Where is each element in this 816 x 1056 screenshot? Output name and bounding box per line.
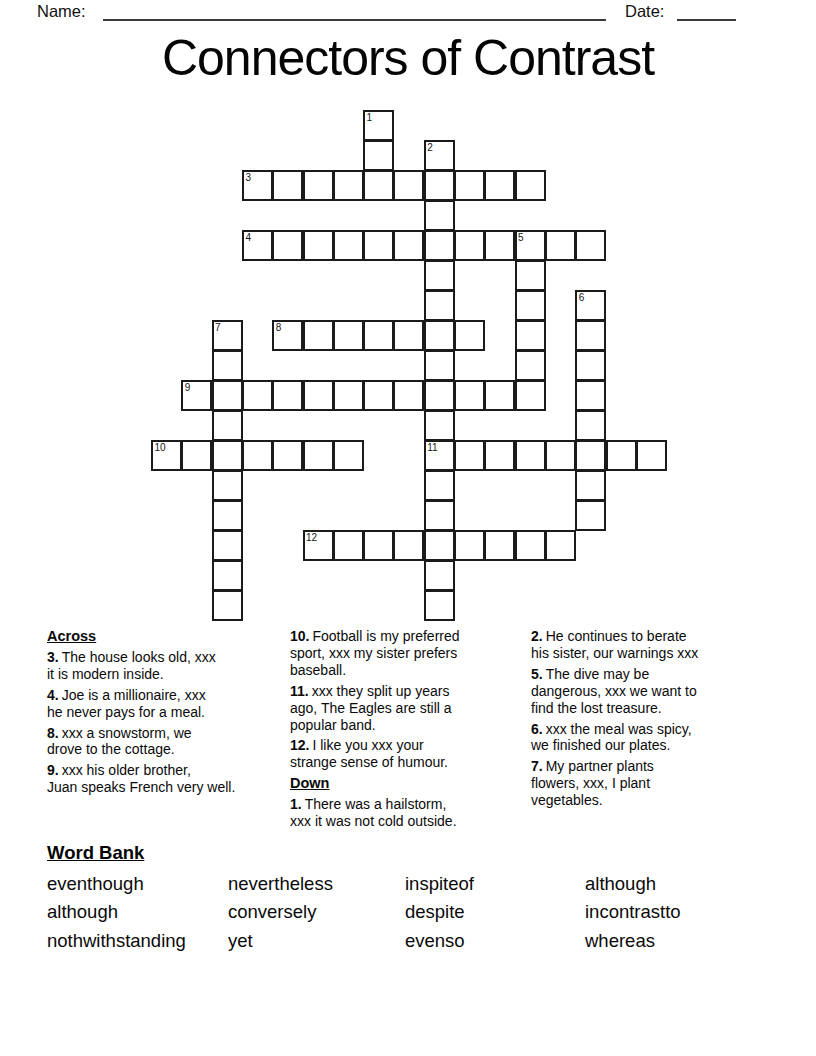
grid-cell-r12c9[interactable] — [424, 470, 455, 501]
grid-clue-number-9: 9 — [185, 383, 191, 393]
word-bank-item: evenso — [405, 927, 585, 955]
clue-down-2: 2.He continues to berate his sister, our… — [531, 628, 759, 662]
word-bank-item: conversely — [228, 898, 405, 926]
grid-cell-r7c14[interactable] — [575, 320, 606, 351]
grid-cell-r14c12[interactable] — [515, 530, 546, 561]
grid-cell-r1c7[interactable] — [363, 140, 394, 171]
grid-clue-number-8: 8 — [276, 323, 282, 333]
grid-cell-r8c12[interactable] — [515, 350, 546, 381]
worksheet-page: { "title": "Connectors of Contrast", "he… — [0, 0, 816, 1056]
word-bank-item: incontrastto — [585, 898, 755, 926]
grid-cell-r14c9[interactable] — [424, 530, 455, 561]
grid-clue-number-6: 6 — [579, 293, 585, 303]
clue-text: xxx a snowstorm, we drove to the cottage… — [47, 725, 192, 758]
name-label: Name: — [37, 2, 86, 21]
clue-text: The house looks old, xxx it is modern in… — [47, 649, 216, 682]
grid-cell-r2c11[interactable] — [484, 170, 515, 201]
grid-cell-r4c4[interactable] — [272, 230, 303, 261]
grid-cell-r11c13[interactable] — [545, 440, 576, 471]
clue-number-label: 7. — [531, 758, 543, 774]
grid-cell-r8c9[interactable] — [424, 350, 455, 381]
clue-number-label: 11. — [290, 683, 309, 699]
grid-cell-r2c8[interactable] — [393, 170, 424, 201]
grid-cell-r2c7[interactable] — [363, 170, 394, 201]
grid-cell-r14c6[interactable] — [333, 530, 364, 561]
grid-cell-r14c10[interactable] — [454, 530, 485, 561]
grid-cell-r9c8[interactable] — [393, 380, 424, 411]
clue-text: The dive may be dangerous, xxx we want t… — [531, 666, 697, 716]
grid-clue-number-5: 5 — [518, 233, 524, 243]
date-blank-line[interactable] — [677, 0, 736, 21]
grid-cell-r11c2[interactable] — [212, 440, 243, 471]
across-heading: Across — [47, 628, 285, 645]
grid-cell-r9c12[interactable] — [515, 380, 546, 411]
clue-number-label: 2. — [531, 628, 543, 644]
grid-cell-r11c11[interactable] — [484, 440, 515, 471]
word-bank-item: despite — [405, 898, 585, 926]
grid-cell-r2c4[interactable] — [272, 170, 303, 201]
grid-cell-r10c9[interactable] — [424, 410, 455, 441]
grid-cell-r13c14[interactable] — [575, 500, 606, 531]
clue-down-5: 5.The dive may be dangerous, xxx we want… — [531, 666, 759, 717]
clue-text: xxx the meal was spicy, we finished our … — [531, 721, 692, 754]
grid-cell-r9c7[interactable] — [363, 380, 394, 411]
grid-cell-r11c12[interactable] — [515, 440, 546, 471]
grid-cell-r13c2[interactable] — [212, 500, 243, 531]
clue-across-4: 4.Joe is a millionaire, xxx he never pay… — [47, 687, 285, 721]
clue-down-6: 6.xxx the meal was spicy, we finished ou… — [531, 721, 759, 755]
grid-clue-number-3: 3 — [245, 173, 251, 183]
grid-cell-r5c12[interactable] — [515, 260, 546, 291]
word-bank-item: although — [47, 898, 228, 926]
grid-cell-r9c3[interactable] — [242, 380, 273, 411]
grid-cell-r14c7[interactable] — [363, 530, 394, 561]
clue-number-label: 4. — [47, 687, 59, 703]
grid-cell-r9c14[interactable] — [575, 380, 606, 411]
grid-cell-r11c5[interactable] — [303, 440, 334, 471]
grid-cell-r4c10[interactable] — [454, 230, 485, 261]
grid-cell-r2c6[interactable] — [333, 170, 364, 201]
clue-text: My partner plants flowers, xxx, I plant … — [531, 758, 654, 808]
grid-cell-r13c9[interactable] — [424, 500, 455, 531]
grid-cell-r8c2[interactable] — [212, 350, 243, 381]
grid-cell-r7c8[interactable] — [393, 320, 424, 351]
clue-number-label: 5. — [531, 666, 543, 682]
grid-clue-number-12: 12 — [306, 533, 317, 543]
grid-cell-r10c14[interactable] — [575, 410, 606, 441]
clue-text: He continues to berate his sister, our w… — [531, 628, 698, 661]
grid-cell-r5c9[interactable] — [424, 260, 455, 291]
grid-cell-r11c3[interactable] — [242, 440, 273, 471]
grid-cell-r11c15[interactable] — [606, 440, 637, 471]
clue-text: Joe is a millionaire, xxx he never pays … — [47, 687, 206, 720]
grid-cell-r4c6[interactable] — [333, 230, 364, 261]
down-heading: Down — [290, 775, 528, 792]
clue-across-11: 11.xxx they split up years ago, The Eagl… — [290, 683, 528, 734]
grid-cell-r9c6[interactable] — [333, 380, 364, 411]
grid-cell-r4c9[interactable] — [424, 230, 455, 261]
grid-cell-r9c10[interactable] — [454, 380, 485, 411]
word-bank-item: yet — [228, 927, 405, 955]
clue-text: xxx his older brother, Juan speaks Frenc… — [47, 762, 235, 795]
word-bank: eventhough nevertheless inspiteof althou… — [47, 870, 755, 955]
word-bank-item: eventhough — [47, 870, 228, 898]
clue-number-label: 12. — [290, 737, 309, 753]
word-bank-item: although — [585, 870, 755, 898]
grid-cell-r9c9[interactable] — [424, 380, 455, 411]
clue-down-1: 1.There was a hailstorm, xxx it was not … — [290, 796, 528, 830]
grid-cell-r15c9[interactable] — [424, 560, 455, 591]
clue-number-label: 8. — [47, 725, 59, 741]
clue-across-8: 8.xxx a snowstorm, we drove to the cotta… — [47, 725, 285, 759]
grid-clue-number-11: 11 — [427, 443, 437, 453]
grid-cell-r16c9[interactable] — [424, 590, 455, 621]
grid-cell-r11c1[interactable] — [181, 440, 212, 471]
grid-cell-r4c5[interactable] — [303, 230, 334, 261]
grid-cell-r11c16[interactable] — [636, 440, 667, 471]
clue-number-label: 1. — [290, 796, 302, 812]
grid-cell-r14c13[interactable] — [545, 530, 576, 561]
grid-cell-r7c6[interactable] — [333, 320, 364, 351]
grid-cell-r3c9[interactable] — [424, 200, 455, 231]
grid-cell-r9c2[interactable] — [212, 380, 243, 411]
grid-cell-r11c6[interactable] — [333, 440, 364, 471]
grid-cell-r11c14[interactable] — [575, 440, 606, 471]
clue-down-7: 7.My partner plants flowers, xxx, I plan… — [531, 758, 759, 809]
clue-text: I like you xxx your strange sense of hum… — [290, 737, 448, 770]
page-title: Connectors of Contrast — [0, 30, 816, 86]
clue-across-9: 9.xxx his older brother, Juan speaks Fre… — [47, 762, 285, 796]
grid-cell-r2c12[interactable] — [515, 170, 546, 201]
grid-cell-r4c7[interactable] — [363, 230, 394, 261]
grid-cell-r4c14[interactable] — [575, 230, 606, 261]
clues-column-middle: 10.Football is my preferred sport, xxx m… — [290, 628, 528, 834]
grid-cell-r10c2[interactable] — [212, 410, 243, 441]
grid-cell-r16c2[interactable] — [212, 590, 243, 621]
grid-cell-r4c11[interactable] — [484, 230, 515, 261]
grid-cell-r14c8[interactable] — [393, 530, 424, 561]
grid-cell-r8c14[interactable] — [575, 350, 606, 381]
word-bank-item: nothwithstanding — [47, 927, 228, 955]
grid-cell-r12c14[interactable] — [575, 470, 606, 501]
grid-clue-number-10: 10 — [155, 443, 166, 453]
grid-cell-r9c11[interactable] — [484, 380, 515, 411]
grid-cell-r4c8[interactable] — [393, 230, 424, 261]
grid-cell-r7c7[interactable] — [363, 320, 394, 351]
clue-text: There was a hailstorm, xxx it was not co… — [290, 796, 457, 829]
grid-cell-r7c12[interactable] — [515, 320, 546, 351]
clue-number-label: 6. — [531, 721, 543, 737]
grid-clue-number-2: 2 — [427, 143, 433, 153]
clue-number-label: 9. — [47, 762, 59, 778]
grid-cell-r4c13[interactable] — [545, 230, 576, 261]
clue-number-label: 3. — [47, 649, 59, 665]
date-label: Date: — [625, 2, 664, 21]
grid-cell-r2c9[interactable] — [424, 170, 455, 201]
word-bank-item: whereas — [585, 927, 755, 955]
grid-cell-r6c12[interactable] — [515, 290, 546, 321]
grid-cell-r9c4[interactable] — [272, 380, 303, 411]
word-bank-heading: Word Bank — [47, 842, 144, 864]
clues-column-down: 2.He continues to berate his sister, our… — [531, 628, 759, 813]
grid-cell-r15c2[interactable] — [212, 560, 243, 591]
grid-cell-r7c9[interactable] — [424, 320, 455, 351]
clues-column-across: Across 3.The house looks old, xxx it is … — [47, 628, 285, 800]
grid-cell-r11c10[interactable] — [454, 440, 485, 471]
grid-cell-r6c9[interactable] — [424, 290, 455, 321]
name-blank-line[interactable] — [103, 0, 606, 21]
crossword-grid: 123456789101112 — [151, 110, 668, 623]
grid-cell-r11c4[interactable] — [272, 440, 303, 471]
grid-cell-r14c11[interactable] — [484, 530, 515, 561]
grid-clue-number-4: 4 — [245, 233, 251, 243]
grid-cell-r14c2[interactable] — [212, 530, 243, 561]
grid-cell-r9c5[interactable] — [303, 380, 334, 411]
clue-text: xxx they split up years ago, The Eagles … — [290, 683, 452, 733]
grid-clue-number-7: 7 — [215, 323, 221, 333]
grid-cell-r12c2[interactable] — [212, 470, 243, 501]
grid-cell-r7c10[interactable] — [454, 320, 485, 351]
word-bank-item: inspiteof — [405, 870, 585, 898]
grid-cell-r2c5[interactable] — [303, 170, 334, 201]
grid-clue-number-1: 1 — [367, 113, 373, 123]
grid-cell-r7c5[interactable] — [303, 320, 334, 351]
clue-across-3: 3.The house looks old, xxx it is modern … — [47, 649, 285, 683]
clue-number-label: 10. — [290, 628, 309, 644]
clue-text: Football is my preferred sport, xxx my s… — [290, 628, 460, 678]
word-bank-item: nevertheless — [228, 870, 405, 898]
grid-cell-r2c10[interactable] — [454, 170, 485, 201]
clue-across-12: 12.I like you xxx your strange sense of … — [290, 737, 528, 771]
clue-across-10: 10.Football is my preferred sport, xxx m… — [290, 628, 528, 679]
